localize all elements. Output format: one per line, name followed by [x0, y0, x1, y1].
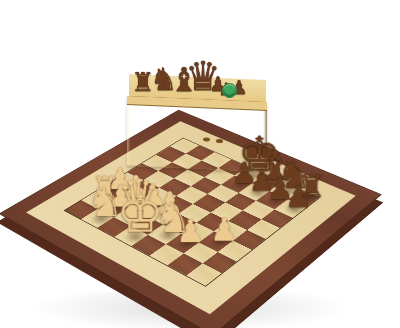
green-disc-token [222, 83, 237, 98]
dark-rook-piece: ♜ [290, 171, 332, 202]
board-square [207, 185, 238, 203]
chess-set-photo: ♜♟♞♟♟♛♟♚♟♞♟♚♟♟♝♟♟♞♟♜ ♜♞♝♛♟♟♟ [0, 0, 400, 328]
white-knight-piece: ♞ [150, 196, 195, 238]
box-knot-left [203, 137, 210, 141]
box-front-face [127, 96, 267, 172]
board-square [176, 186, 207, 204]
dark-knight-piece: ♞ [272, 155, 314, 194]
box-knot-right [216, 139, 223, 143]
board-square: ♟ [97, 199, 129, 217]
